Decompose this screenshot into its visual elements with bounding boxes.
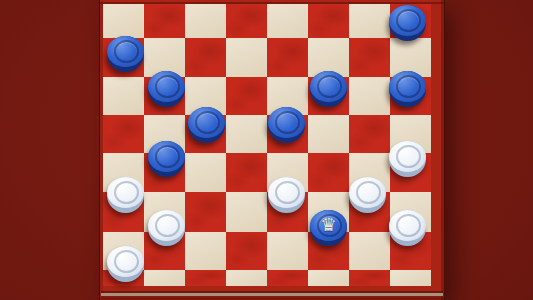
blue-man-piece[interactable] (188, 107, 225, 143)
square-r1c3 (226, 38, 267, 77)
blue-king-piece[interactable]: ♛ (310, 210, 347, 246)
blue-man-piece[interactable] (268, 107, 305, 143)
app-background: ♛ (0, 0, 533, 300)
blue-man-piece[interactable] (310, 71, 347, 107)
blue-man-piece[interactable] (148, 71, 185, 107)
square-r7c0[interactable] (103, 270, 144, 286)
square-r1c6[interactable] (349, 38, 390, 77)
blue-man-piece[interactable] (107, 36, 144, 72)
square-r6c4 (267, 232, 308, 270)
square-r7c3 (226, 270, 267, 286)
square-r4c3[interactable] (226, 153, 267, 192)
square-r1c4[interactable] (267, 38, 308, 77)
checkers-board: ♛ (100, 0, 444, 300)
square-r2c3[interactable] (226, 77, 267, 115)
square-r3c6[interactable] (349, 115, 390, 153)
square-r5c6[interactable] (349, 192, 390, 232)
white-man-piece[interactable] (389, 141, 426, 177)
square-r6c6 (349, 232, 390, 270)
white-man-piece[interactable] (148, 210, 185, 246)
square-r0c5[interactable] (308, 4, 349, 38)
square-r1c2[interactable] (185, 38, 226, 77)
square-r4c2 (185, 153, 226, 192)
square-r0c6 (349, 4, 390, 38)
square-r6c2 (185, 232, 226, 270)
square-r7c2[interactable] (185, 270, 226, 286)
white-man-piece[interactable] (107, 246, 144, 282)
square-r0c0 (103, 4, 144, 38)
square-r0c4 (267, 4, 308, 38)
square-r3c0[interactable] (103, 115, 144, 153)
white-man-piece[interactable] (268, 177, 305, 213)
blue-man-piece[interactable] (389, 71, 426, 107)
blue-man-piece[interactable] (148, 141, 185, 177)
square-r7c7 (390, 270, 431, 286)
white-man-piece[interactable] (389, 210, 426, 246)
square-r0c1[interactable] (144, 4, 185, 38)
square-r1c0[interactable] (103, 38, 144, 77)
white-man-piece[interactable] (107, 177, 144, 213)
square-r0c3[interactable] (226, 4, 267, 38)
square-r2c0 (103, 77, 144, 115)
square-r2c5[interactable] (308, 77, 349, 115)
square-r7c1 (144, 270, 185, 286)
blue-man-piece[interactable] (389, 5, 426, 41)
board-grid: ♛ (103, 4, 431, 286)
square-r3c3 (226, 115, 267, 153)
square-r6c3[interactable] (226, 232, 267, 270)
square-r2c7[interactable] (390, 77, 431, 115)
crown-icon: ♛ (310, 208, 347, 241)
square-r0c7[interactable] (390, 4, 431, 38)
square-r5c3 (226, 192, 267, 232)
square-r7c5 (308, 270, 349, 286)
square-r4c7[interactable] (390, 153, 431, 192)
square-r3c2[interactable] (185, 115, 226, 153)
square-r5c0[interactable] (103, 192, 144, 232)
square-r4c1[interactable] (144, 153, 185, 192)
square-r6c7[interactable] (390, 232, 431, 270)
square-r2c1[interactable] (144, 77, 185, 115)
square-r4c5[interactable] (308, 153, 349, 192)
square-r6c1[interactable] (144, 232, 185, 270)
square-r5c4[interactable] (267, 192, 308, 232)
square-r0c2 (185, 4, 226, 38)
square-r3c5 (308, 115, 349, 153)
square-r5c2[interactable] (185, 192, 226, 232)
square-r2c6 (349, 77, 390, 115)
square-r6c5[interactable]: ♛ (308, 232, 349, 270)
square-r3c4[interactable] (267, 115, 308, 153)
white-man-piece[interactable] (349, 177, 386, 213)
square-r7c6[interactable] (349, 270, 390, 286)
square-r7c4[interactable] (267, 270, 308, 286)
